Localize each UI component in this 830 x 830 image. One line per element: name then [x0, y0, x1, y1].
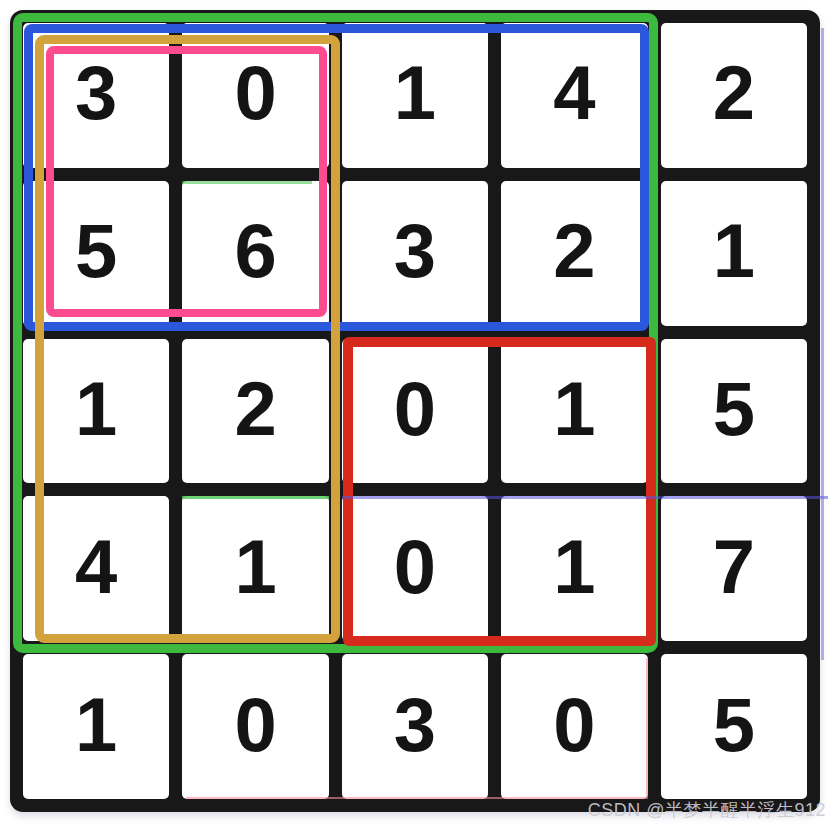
cell-r3c5: 5	[661, 339, 807, 484]
cell-r1c3: 1	[342, 23, 488, 168]
cell-value: 4	[553, 55, 595, 131]
cell-value: 0	[234, 55, 276, 131]
cell-value: 2	[713, 55, 755, 131]
cell-value: 3	[75, 55, 117, 131]
matrix-diagram: 3014256321120154101710305 CSDN @半梦半醒半浮生9…	[0, 0, 830, 830]
cell-value: 1	[394, 55, 436, 131]
cell-value: 1	[553, 371, 595, 447]
cell-r2c1: 5	[23, 181, 169, 326]
cell-r5c2: 0	[182, 654, 328, 799]
artifact-blue-line-right-edge	[821, 28, 824, 660]
cell-r3c2: 2	[182, 339, 328, 484]
cell-r5c1: 1	[23, 654, 169, 799]
matrix-board: 3014256321120154101710305	[10, 10, 820, 812]
cell-r2c5: 1	[661, 181, 807, 326]
cell-value: 5	[713, 371, 755, 447]
cell-value: 5	[713, 687, 755, 763]
cell-value: 2	[553, 213, 595, 289]
cell-value: 0	[394, 529, 436, 605]
cell-value: 2	[234, 371, 276, 447]
cell-r1c2: 0	[182, 23, 328, 168]
cell-r4c3: 0	[342, 496, 488, 641]
cell-value: 0	[234, 687, 276, 763]
cell-r5c4: 0	[501, 654, 647, 799]
cell-value: 3	[394, 687, 436, 763]
cell-r3c3: 0	[342, 339, 488, 484]
cell-value: 0	[553, 687, 595, 763]
cell-r2c3: 3	[342, 181, 488, 326]
cell-value: 1	[553, 529, 595, 605]
cell-r4c1: 4	[23, 496, 169, 641]
cell-value: 1	[234, 529, 276, 605]
cell-r3c1: 1	[23, 339, 169, 484]
cell-value: 5	[75, 213, 117, 289]
cell-r1c4: 4	[501, 23, 647, 168]
cell-value: 4	[75, 529, 117, 605]
cell-r4c5: 7	[661, 496, 807, 641]
cell-r1c5: 2	[661, 23, 807, 168]
cell-value: 1	[713, 213, 755, 289]
cell-r4c2: 1	[182, 496, 328, 641]
cell-value: 1	[75, 371, 117, 447]
cell-value: 1	[75, 687, 117, 763]
cell-value: 7	[713, 529, 755, 605]
cell-r3c4: 1	[501, 339, 647, 484]
cell-r1c1: 3	[23, 23, 169, 168]
cell-r4c4: 1	[501, 496, 647, 641]
cell-value: 3	[394, 213, 436, 289]
cell-r5c5: 5	[661, 654, 807, 799]
cell-r5c3: 3	[342, 654, 488, 799]
cell-r2c4: 2	[501, 181, 647, 326]
cell-value: 6	[234, 213, 276, 289]
cell-r2c2: 6	[182, 181, 328, 326]
cell-value: 0	[394, 371, 436, 447]
